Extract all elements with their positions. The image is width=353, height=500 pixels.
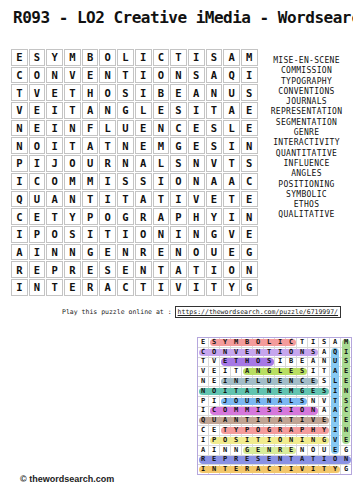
main-grid-cell: U <box>82 155 99 172</box>
solution-grid-cell: V <box>319 397 329 406</box>
word-list-item: JOURNALS <box>260 97 353 107</box>
main-grid-cell: E <box>170 84 187 101</box>
solution-grid-frame: ESYMBOLICTISAMCONVENTIONSAQITVETHOSIBEAN… <box>197 337 352 475</box>
solution-grid-cell: A <box>286 426 296 435</box>
solution-grid-cell: I <box>209 397 219 406</box>
solution-letter: E <box>344 378 348 385</box>
main-grid-cell: E <box>241 102 258 119</box>
solution-grid-cell: O <box>297 407 307 416</box>
solution-grid-cell: A <box>275 416 285 425</box>
play-online-line: Play this puzzle online at : https://the… <box>62 306 341 318</box>
main-grid-cell: I <box>135 67 152 84</box>
word-list-item: POSITIONING <box>260 180 353 190</box>
main-grid-cell: A <box>135 191 152 208</box>
main-grid-cell: E <box>117 261 134 278</box>
solution-letter: O <box>212 388 216 395</box>
solution-letter: U <box>212 417 216 424</box>
solution-grid-cell: N <box>341 456 351 465</box>
solution-letter: E <box>234 466 238 473</box>
solution-grid-cell: N <box>275 456 285 465</box>
solution-letter: N <box>322 358 326 365</box>
word-list-item: CONVENTIONS <box>260 87 353 97</box>
solution-grid-cell: I <box>308 367 318 376</box>
solution-grid-cell: Y <box>231 426 241 435</box>
main-grid-cell: I <box>11 173 28 190</box>
solution-letter: R <box>278 447 282 454</box>
main-grid-cell: P <box>29 226 46 243</box>
solution-letter: O <box>223 407 227 414</box>
main-grid-cell: T <box>117 191 134 208</box>
solution-grid-cell: U <box>319 446 329 455</box>
main-grid-cell: T <box>46 279 63 296</box>
solution-letter: A <box>322 349 326 356</box>
main-grid-cell: U <box>223 84 240 101</box>
solution-letter: U <box>245 398 249 405</box>
solution-letter: N <box>267 398 271 405</box>
solution-grid-cell: S <box>319 387 329 396</box>
solution-letter: I <box>311 466 315 473</box>
solution-grid-cell: N <box>264 397 274 406</box>
solution-letter: C <box>289 339 293 346</box>
solution-letter: A <box>289 427 293 434</box>
solution-letter: I <box>201 466 205 473</box>
solution-grid-cell: I <box>341 348 351 357</box>
main-grid-cell: I <box>135 49 152 66</box>
solution-grid-cell: I <box>308 338 318 347</box>
solution-letter: E <box>212 368 216 375</box>
copyright-footer: © thewordsearch.com <box>20 474 114 484</box>
solution-grid-cell: B <box>286 358 296 367</box>
solution-letter: G <box>267 427 271 434</box>
solution-grid-cell: O <box>308 446 318 455</box>
solution-letter: N <box>344 427 348 434</box>
solution-letter: T <box>278 466 282 473</box>
main-grid-cell: T <box>206 102 223 119</box>
solution-letter: T <box>300 339 304 346</box>
solution-letter: E <box>256 447 260 454</box>
solution-grid-cell: O <box>231 397 241 406</box>
main-grid-cell: T <box>223 191 240 208</box>
solution-grid-cell: T <box>319 367 329 376</box>
main-grid-cell: C <box>241 173 258 190</box>
solution-grid-cell: P <box>242 426 252 435</box>
main-grid-cell: L <box>223 120 240 137</box>
main-grid-cell: O <box>135 226 152 243</box>
solution-letter: I <box>300 437 304 444</box>
main-grid-cell: L <box>153 155 170 172</box>
main-grid-cell: U <box>206 244 223 261</box>
main-grid-cell: E <box>135 120 152 137</box>
main-grid-cell: O <box>64 155 81 172</box>
solution-letter: I <box>245 437 249 444</box>
solution-grid-cell: N <box>198 377 208 386</box>
solution-grid-cell: M <box>341 338 351 347</box>
solution-grid-cell: N <box>341 426 351 435</box>
solution-letter: S <box>344 358 348 365</box>
solution-letter: C <box>344 407 348 414</box>
solution-grid-cell: A <box>308 358 318 367</box>
main-grid-cell: I <box>188 279 205 296</box>
solution-grid-cell: S <box>275 407 285 416</box>
main-grid-cell: H <box>188 208 205 225</box>
solution-grid-cell: A <box>242 367 252 376</box>
solution-grid-cell: E <box>220 358 230 367</box>
main-grid-cell: S <box>99 261 116 278</box>
solution-grid-cell: T <box>242 416 252 425</box>
solution-letter: E <box>245 349 249 356</box>
solution-letter: S <box>322 339 326 346</box>
main-grid-cell: V <box>11 102 28 119</box>
solution-letter: C <box>201 349 205 356</box>
main-grid-cell: G <box>241 244 258 261</box>
solution-grid-cell: I <box>275 348 285 357</box>
main-grid-cell: E <box>29 102 46 119</box>
main-grid-cell: S <box>206 120 223 137</box>
solution-grid-cell: E <box>275 377 285 386</box>
main-grid-cell: Q <box>223 67 240 84</box>
solution-grid-cell: O <box>209 348 219 357</box>
main-grid-cell: S <box>241 84 258 101</box>
main-grid-cell: E <box>135 137 152 154</box>
solution-grid-cell: T <box>253 387 263 396</box>
solution-letter: I <box>212 398 216 405</box>
main-grid-cell: Y <box>206 208 223 225</box>
solution-grid-cell: E <box>341 436 351 445</box>
solution-grid-cell: A <box>319 407 329 416</box>
solution-grid-cell: A <box>253 465 263 474</box>
solution-letter: T <box>311 456 315 463</box>
solution-grid-cell: P <box>297 426 307 435</box>
solution-grid-cell: N <box>308 397 318 406</box>
solution-letter: Q <box>201 417 205 424</box>
solution-letter: S <box>300 368 304 375</box>
main-grid-cell: G <box>206 226 223 243</box>
solution-letter: S <box>267 358 271 365</box>
main-grid-cell: E <box>82 67 99 84</box>
solution-letter: G <box>344 447 348 454</box>
solution-grid-cell: S <box>319 377 329 386</box>
solution-grid-cell: O <box>220 436 230 445</box>
solution-grid-cell: F <box>242 377 252 386</box>
main-grid-cell: T <box>46 208 63 225</box>
main-grid-cell: T <box>99 137 116 154</box>
solution-grid-cell: U <box>330 358 340 367</box>
solution-letter: H <box>311 427 315 434</box>
main-grid-cell: T <box>223 155 240 172</box>
main-grid-cell: L <box>99 120 116 137</box>
solution-letter: T <box>333 417 337 424</box>
solution-letter: O <box>256 427 260 434</box>
main-grid-cell: E <box>82 261 99 278</box>
solution-grid-cell: R <box>275 446 285 455</box>
solution-letter: G <box>245 447 249 454</box>
word-list-item: INFLUENCE <box>260 159 353 169</box>
solution-grid-cell: E <box>209 377 219 386</box>
solution-grid-cell: I <box>308 465 318 474</box>
solution-letter: I <box>344 349 348 356</box>
solution-letter: N <box>300 349 304 356</box>
solution-letter: P <box>223 456 227 463</box>
solution-letter: T <box>223 427 227 434</box>
main-grid-cell: N <box>153 226 170 243</box>
solution-grid-cell: C <box>209 407 219 416</box>
solution-letter: N <box>201 388 205 395</box>
main-grid-cell: I <box>29 244 46 261</box>
solution-letter: Y <box>223 339 227 346</box>
solution-letter: L <box>256 378 260 385</box>
solution-letter: S <box>267 407 271 414</box>
solution-grid-cell: O <box>286 348 296 357</box>
solution-letter: N <box>278 456 282 463</box>
main-grid-cell: T <box>153 191 170 208</box>
solution-letter: N <box>256 349 260 356</box>
main-grid-cell: N <box>135 261 152 278</box>
solution-grid-cell: R <box>275 426 285 435</box>
solution-grid-cell: A <box>275 397 285 406</box>
word-list-item: INTERACTIVITY <box>260 138 353 148</box>
main-grid-cell: T <box>64 137 81 154</box>
solution-letter: E <box>223 358 227 365</box>
main-grid-cell: A <box>170 261 187 278</box>
solution-letter: L <box>333 378 337 385</box>
main-grid-cell: N <box>46 244 63 261</box>
solution-letter: R <box>256 398 260 405</box>
main-grid-cell: F <box>82 120 99 137</box>
solution-grid-cell: H <box>242 358 252 367</box>
main-grid-cell: Y <box>46 49 63 66</box>
solution-letter: P <box>201 398 205 405</box>
solution-grid-cell: A <box>319 348 329 357</box>
word-list-item: QUALITATIVE <box>260 210 353 220</box>
solution-letter: L <box>289 398 293 405</box>
main-grid-cell: A <box>99 279 116 296</box>
solution-letter: T <box>322 368 326 375</box>
main-grid-cell: M <box>64 49 81 66</box>
solution-grid-cell: T <box>286 416 296 425</box>
solution-letter: E <box>201 339 205 346</box>
solution-grid-cell: L <box>275 367 285 376</box>
solution-letter: A <box>245 368 249 375</box>
main-grid-cell: A <box>46 191 63 208</box>
main-grid-cell: C <box>11 208 28 225</box>
solution-letter: I <box>212 447 216 454</box>
solution-letter: I <box>256 407 260 414</box>
solution-grid-cell: P <box>198 397 208 406</box>
solution-grid-cell: I <box>253 407 263 416</box>
solution-grid-cell: O <box>275 436 285 445</box>
solution-letter: S <box>322 378 326 385</box>
solution-grid-cell: A <box>297 456 307 465</box>
solution-letter: E <box>278 378 282 385</box>
main-grid-cell: N <box>64 191 81 208</box>
solution-letter: V <box>212 358 216 365</box>
main-grid-cell: N <box>188 226 205 243</box>
solution-grid-cell: Y <box>220 338 230 347</box>
solution-letter: N <box>256 368 260 375</box>
solution-letter: N <box>234 447 238 454</box>
solution-letter: Y <box>234 427 238 434</box>
solution-grid-cell: T <box>308 456 318 465</box>
solution-letter: I <box>289 407 293 414</box>
main-grid-cell: N <box>188 155 205 172</box>
solution-grid-cell: U <box>242 397 252 406</box>
main-grid-cell: O <box>46 226 63 243</box>
solution-grid-cell: V <box>308 416 318 425</box>
main-grid-cell: L <box>117 49 134 66</box>
solution-letter: O <box>333 456 337 463</box>
solution-grid: ESYMBOLICTISAMCONVENTIONSAQITVETHOSIBEAN… <box>198 338 351 474</box>
main-grid-cell: E <box>29 208 46 225</box>
solution-letter: L <box>267 339 271 346</box>
solution-letter: V <box>201 368 205 375</box>
solution-grid-cell: V <box>297 465 307 474</box>
solution-grid-cell: I <box>330 426 340 435</box>
main-grid-cell: G <box>82 244 99 261</box>
main-grid-cell: I <box>153 279 170 296</box>
word-list-item: ANGLES <box>260 169 353 179</box>
solution-letter: T <box>234 358 238 365</box>
main-grid-cell: T <box>82 191 99 208</box>
main-grid-cell: V <box>206 155 223 172</box>
solution-letter: T <box>256 437 260 444</box>
main-grid-cell: R <box>135 244 152 261</box>
main-grid-cell: N <box>170 244 187 261</box>
main-grid-cell: E <box>188 120 205 137</box>
solution-grid-cell: S <box>341 358 351 367</box>
solution-grid-cell: C <box>341 407 351 416</box>
solution-grid-cell: O <box>253 358 263 367</box>
solution-grid-cell: P <box>209 436 219 445</box>
solution-grid-cell: C <box>264 465 274 474</box>
solution-grid-cell: I <box>220 367 230 376</box>
solution-letter: A <box>245 388 249 395</box>
main-grid-cell: N <box>241 261 258 278</box>
solution-grid-cell: Q <box>330 348 340 357</box>
solution-grid-cell: T <box>220 465 230 474</box>
solution-letter: C <box>267 466 271 473</box>
main-grid-cell: S <box>188 67 205 84</box>
main-grid-cell: I <box>82 226 99 243</box>
solution-grid-cell: I <box>297 416 307 425</box>
puzzle-url-link[interactable]: https://thewordsearch.com/puzzle/6719997… <box>175 306 341 318</box>
solution-letter: V <box>234 349 238 356</box>
solution-letter: E <box>322 417 326 424</box>
solution-grid-cell: E <box>341 377 351 386</box>
main-grid-cell: O <box>46 173 63 190</box>
main-grid-cell: V <box>29 84 46 101</box>
solution-grid-cell: N <box>220 348 230 357</box>
solution-letter: L <box>278 368 282 375</box>
main-grid-cell: O <box>188 244 205 261</box>
solution-grid-cell: E <box>275 387 285 396</box>
main-grid-cell: T <box>99 226 116 243</box>
word-list-item: MISE-EN-SCENE <box>260 56 353 66</box>
main-grid-cell: A <box>223 49 240 66</box>
main-grid-cell: S <box>64 226 81 243</box>
solution-letter: M <box>245 407 249 414</box>
solution-letter: T <box>256 388 260 395</box>
solution-letter: T <box>289 456 293 463</box>
solution-letter: I <box>300 417 304 424</box>
solution-grid-cell: J <box>220 397 230 406</box>
solution-grid-cell: T <box>264 416 274 425</box>
main-grid-cell: S <box>117 84 134 101</box>
word-list-item: SYMBOLIC <box>260 190 353 200</box>
main-grid-cell: M <box>241 49 258 66</box>
solution-letter: R <box>245 466 249 473</box>
solution-grid-cell: L <box>264 338 274 347</box>
main-grid-cell: S <box>117 173 134 190</box>
solution-letter: T <box>223 466 227 473</box>
main-grid-cell: R <box>64 261 81 278</box>
solution-grid-cell: H <box>308 426 318 435</box>
solution-grid-cell: N <box>286 436 296 445</box>
main-grid-cell: E <box>11 49 28 66</box>
solution-grid-cell: T <box>330 416 340 425</box>
solution-grid-cell: S <box>264 358 274 367</box>
solution-grid-cell: E <box>297 358 307 367</box>
main-grid-cell: T <box>135 279 152 296</box>
solution-grid-cell: L <box>286 397 296 406</box>
main-grid-cell: P <box>82 208 99 225</box>
solution-grid-cell: E <box>264 456 274 465</box>
solution-grid-cell: I <box>220 377 230 386</box>
solution-letter: T <box>289 417 293 424</box>
solution-letter: S <box>311 349 315 356</box>
solution-letter: I <box>278 358 282 365</box>
solution-letter: U <box>267 378 271 385</box>
solution-grid-cell: E <box>341 367 351 376</box>
solution-letter: N <box>289 378 293 385</box>
main-grid-cell: I <box>170 191 187 208</box>
main-grid-cell: N <box>241 208 258 225</box>
solution-letter: T <box>333 398 337 405</box>
solution-letter: O <box>256 339 260 346</box>
solution-grid-cell: U <box>264 377 274 386</box>
main-grid-cell: O <box>99 49 116 66</box>
solution-grid-cell: E <box>209 367 219 376</box>
solution-letter: I <box>311 339 315 346</box>
solution-letter: M <box>234 407 238 414</box>
main-grid-cell: N <box>117 244 134 261</box>
word-list: MISE-EN-SCENECOMMISSIONTYPOGRAPHYCONVENT… <box>260 56 353 221</box>
solution-grid-cell: G <box>319 436 329 445</box>
solution-grid-cell: T <box>220 426 230 435</box>
solution-letter: O <box>300 407 304 414</box>
solution-letter: M <box>289 388 293 395</box>
main-grid-cell: R <box>11 261 28 278</box>
main-grid-cell: G <box>170 137 187 154</box>
solution-letter: O <box>278 437 282 444</box>
solution-grid-cell: M <box>286 387 296 396</box>
main-grid-cell: I <box>135 84 152 101</box>
main-grid-cell: A <box>223 102 240 119</box>
solution-grid-cell: N <box>231 416 241 425</box>
main-grid-cell: S <box>170 155 187 172</box>
main-grid-cell: N <box>117 155 134 172</box>
main-grid-cell: N <box>11 137 28 154</box>
main-grid-cell: N <box>188 173 205 190</box>
main-grid-cell: T <box>188 261 205 278</box>
main-grid-cell: B <box>82 49 99 66</box>
solution-grid-cell: N <box>264 446 274 455</box>
solution-grid-cell: R <box>198 456 208 465</box>
solution-grid-cell: T <box>275 465 285 474</box>
solution-letter: O <box>223 437 227 444</box>
solution-grid-cell: N <box>341 387 351 396</box>
solution-grid-cell: E <box>308 377 318 386</box>
main-grid-cell: E <box>241 226 258 243</box>
